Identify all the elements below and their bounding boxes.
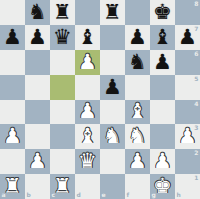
square-c1[interactable]: ♜c — [50, 174, 75, 199]
square-b1[interactable]: b — [25, 174, 50, 199]
file-label-c: c — [52, 192, 56, 198]
piece-black-bishop-d7[interactable]: ♝ — [78, 26, 97, 47]
square-a1[interactable]: ♜a — [0, 174, 25, 199]
file-label-f: f — [127, 192, 130, 198]
square-f3[interactable]: ♞ — [125, 124, 150, 149]
piece-white-knight-e3[interactable]: ♞ — [103, 126, 122, 147]
square-e2[interactable] — [100, 149, 125, 174]
piece-white-pawn-g2[interactable]: ♟ — [153, 151, 172, 172]
square-g6[interactable]: ♟ — [150, 50, 175, 75]
square-h8[interactable]: 8 — [175, 0, 200, 25]
square-g2[interactable]: ♟ — [150, 149, 175, 174]
piece-white-knight-f3[interactable]: ♞ — [128, 126, 147, 147]
square-c2[interactable] — [50, 149, 75, 174]
square-e1[interactable]: e — [100, 174, 125, 199]
square-h4[interactable]: 4 — [175, 100, 200, 125]
square-b4[interactable] — [25, 100, 50, 125]
piece-white-rook-c1[interactable]: ♜ — [53, 176, 72, 197]
square-f1[interactable]: f — [125, 174, 150, 199]
piece-white-rook-a1[interactable]: ♜ — [3, 176, 22, 197]
piece-white-bishop-d3[interactable]: ♝ — [78, 126, 97, 147]
piece-white-pawn-d6[interactable]: ♟ — [78, 51, 97, 72]
square-d8[interactable] — [75, 0, 100, 25]
square-h3[interactable]: ♟3 — [175, 124, 200, 149]
piece-black-pawn-e5[interactable]: ♟ — [103, 76, 122, 97]
square-b2[interactable]: ♟ — [25, 149, 50, 174]
square-d5[interactable] — [75, 75, 100, 100]
square-a7[interactable]: ♟ — [0, 25, 25, 50]
rank-label-4: 4 — [194, 101, 198, 107]
piece-black-pawn-f7[interactable]: ♟ — [128, 26, 147, 47]
square-c4[interactable] — [50, 100, 75, 125]
piece-white-pawn-a3[interactable]: ♟ — [3, 126, 22, 147]
piece-white-pawn-d4[interactable]: ♟ — [78, 101, 97, 122]
square-d1[interactable]: d — [75, 174, 100, 199]
square-e6[interactable] — [100, 50, 125, 75]
square-c8[interactable]: ♜ — [50, 0, 75, 25]
square-d4[interactable]: ♟ — [75, 100, 100, 125]
square-d2[interactable]: ♛ — [75, 149, 100, 174]
square-g3[interactable] — [150, 124, 175, 149]
square-a8[interactable] — [0, 0, 25, 25]
square-g7[interactable]: ♝ — [150, 25, 175, 50]
rank-label-1: 1 — [194, 175, 198, 181]
square-g5[interactable] — [150, 75, 175, 100]
chess-board-wrap: ♞♜♜♚8♟♟♛♝♟♝♟7♟♞♟6♟5♟♝4♟♝♞♞♟3♟♛♟♟2♜ab♜cde… — [0, 0, 200, 199]
file-label-b: b — [27, 192, 31, 198]
square-f6[interactable]: ♞ — [125, 50, 150, 75]
piece-black-pawn-b7[interactable]: ♟ — [28, 26, 47, 47]
square-d3[interactable]: ♝ — [75, 124, 100, 149]
file-label-h: h — [177, 192, 181, 198]
square-a2[interactable] — [0, 149, 25, 174]
square-e8[interactable]: ♜ — [100, 0, 125, 25]
rank-label-2: 2 — [194, 150, 198, 156]
square-a6[interactable] — [0, 50, 25, 75]
square-a3[interactable]: ♟ — [0, 124, 25, 149]
square-g1[interactable]: ♚g — [150, 174, 175, 199]
square-d7[interactable]: ♝ — [75, 25, 100, 50]
square-b7[interactable]: ♟ — [25, 25, 50, 50]
file-label-e: e — [102, 192, 106, 198]
square-c6[interactable] — [50, 50, 75, 75]
square-f2[interactable]: ♟ — [125, 149, 150, 174]
piece-white-pawn-f2[interactable]: ♟ — [128, 151, 147, 172]
file-label-g: g — [152, 192, 156, 198]
piece-white-queen-d2[interactable]: ♛ — [78, 151, 97, 172]
piece-black-pawn-a7[interactable]: ♟ — [3, 26, 22, 47]
square-f5[interactable] — [125, 75, 150, 100]
square-d6[interactable]: ♟ — [75, 50, 100, 75]
piece-black-rook-c8[interactable]: ♜ — [53, 1, 72, 22]
square-h7[interactable]: ♟7 — [175, 25, 200, 50]
rank-label-5: 5 — [194, 76, 198, 82]
file-label-a: a — [2, 192, 6, 198]
square-e7[interactable] — [100, 25, 125, 50]
piece-black-queen-c7[interactable]: ♛ — [53, 26, 72, 47]
square-g8[interactable]: ♚ — [150, 0, 175, 25]
square-h5[interactable]: 5 — [175, 75, 200, 100]
square-a5[interactable] — [0, 75, 25, 100]
square-b6[interactable] — [25, 50, 50, 75]
piece-black-pawn-g6[interactable]: ♟ — [153, 51, 172, 72]
rank-label-7: 7 — [194, 26, 198, 32]
piece-black-king-g8[interactable]: ♚ — [153, 1, 172, 22]
square-h2[interactable]: 2 — [175, 149, 200, 174]
rank-label-6: 6 — [194, 51, 198, 57]
square-e5[interactable]: ♟ — [100, 75, 125, 100]
square-g4[interactable] — [150, 100, 175, 125]
piece-black-knight-b8[interactable]: ♞ — [28, 1, 47, 22]
square-c7[interactable]: ♛ — [50, 25, 75, 50]
square-a4[interactable] — [0, 100, 25, 125]
square-b5[interactable] — [25, 75, 50, 100]
square-e3[interactable]: ♞ — [100, 124, 125, 149]
square-h1[interactable]: h1 — [175, 174, 200, 199]
square-f7[interactable]: ♟ — [125, 25, 150, 50]
file-label-d: d — [77, 192, 81, 198]
square-f4[interactable]: ♝ — [125, 100, 150, 125]
rank-label-3: 3 — [194, 125, 198, 131]
square-f8[interactable] — [125, 0, 150, 25]
square-c5[interactable] — [50, 75, 75, 100]
square-b8[interactable]: ♞ — [25, 0, 50, 25]
piece-white-bishop-f4[interactable]: ♝ — [128, 101, 147, 122]
piece-black-bishop-g7[interactable]: ♝ — [153, 26, 172, 47]
piece-black-knight-f6[interactable]: ♞ — [128, 51, 147, 72]
chess-board: ♞♜♜♚8♟♟♛♝♟♝♟7♟♞♟6♟5♟♝4♟♝♞♞♟3♟♛♟♟2♜ab♜cde… — [0, 0, 200, 199]
square-b3[interactable] — [25, 124, 50, 149]
square-e4[interactable] — [100, 100, 125, 125]
piece-black-rook-e8[interactable]: ♜ — [103, 1, 122, 22]
square-c3[interactable] — [50, 124, 75, 149]
piece-white-pawn-b2[interactable]: ♟ — [28, 151, 47, 172]
square-h6[interactable]: 6 — [175, 50, 200, 75]
rank-label-8: 8 — [194, 1, 198, 7]
